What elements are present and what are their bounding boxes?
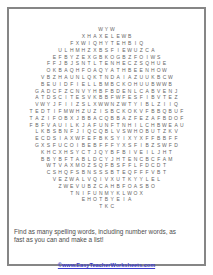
website-link[interactable]: ©www.EasyTeacherWorksheets.com [58, 262, 155, 268]
grid-cell: C [109, 203, 115, 210]
grid-cell: X [138, 189, 144, 196]
grid-cell: E [162, 60, 168, 67]
grid-cell: O [150, 182, 156, 189]
grid-cell: M [167, 155, 173, 162]
grid-cell: U [179, 121, 185, 128]
grid-cell: B [167, 80, 173, 87]
grid-cell: W [167, 74, 173, 81]
grid-cell: F [173, 135, 179, 142]
grid-cell: W [109, 26, 115, 33]
footer: ©www.EasyTeacherWorksheets.com [9, 253, 204, 271]
grid-cell: Z [173, 94, 179, 101]
grid-cell: W [162, 67, 168, 74]
grid-cell: V [173, 128, 179, 135]
grid-cell: A [127, 196, 133, 203]
grid-cell: B [127, 33, 133, 40]
grid-cell: Q [138, 40, 144, 47]
grid-cell: Q [173, 101, 179, 108]
instructions-line-1: Find as many spelling words, including n… [14, 228, 200, 236]
instructions-text: Find as many spelling words, including n… [14, 228, 200, 244]
grid-cell: J [173, 87, 179, 94]
grid-cell: L [156, 176, 162, 183]
grid-cell: A [150, 46, 156, 53]
instructions-line-2: fast as you can and make a list! [14, 236, 200, 244]
worksheet-frame: WYWXHAXELEWBFXWIQHYTEHBIQULHMHZXBSFIEWUZ… [7, 7, 206, 266]
grid-cell: T [162, 162, 168, 169]
grid-cell: D [173, 142, 179, 149]
grid-cell: S [156, 53, 162, 60]
word-search-grid: WYWXHAXELEWBFXWIQHYTEHBIQULHMHZXBSFIEWUZ… [9, 26, 204, 210]
grid-cell: T [167, 148, 173, 155]
grid-cell: T [162, 169, 168, 176]
grid-cell: F [179, 114, 185, 121]
grid-cell: F [179, 108, 185, 115]
